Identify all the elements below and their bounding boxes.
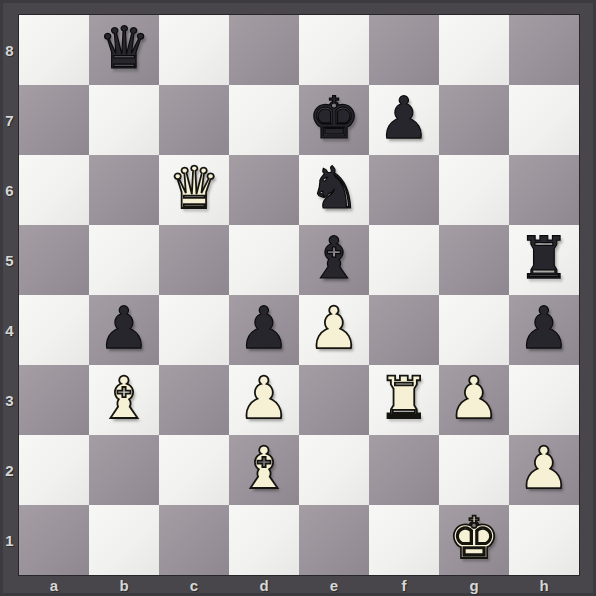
square-g1[interactable]: ♚ bbox=[439, 505, 509, 575]
square-e6[interactable]: ♞ bbox=[299, 155, 369, 225]
square-d5[interactable] bbox=[229, 225, 299, 295]
rank-label-7: 7 bbox=[0, 85, 19, 155]
square-f6[interactable] bbox=[369, 155, 439, 225]
square-f4[interactable] bbox=[369, 295, 439, 365]
rank-label-2: 2 bbox=[0, 435, 19, 505]
rank-label-6: 6 bbox=[0, 155, 19, 225]
square-g5[interactable] bbox=[439, 225, 509, 295]
black-pawn[interactable]: ♟ bbox=[518, 293, 570, 363]
file-label-d: d bbox=[229, 575, 299, 596]
square-h2[interactable]: ♟ bbox=[509, 435, 579, 505]
square-a3[interactable] bbox=[19, 365, 89, 435]
square-f5[interactable] bbox=[369, 225, 439, 295]
square-f1[interactable] bbox=[369, 505, 439, 575]
square-d2[interactable]: ♝ bbox=[229, 435, 299, 505]
square-h7[interactable] bbox=[509, 85, 579, 155]
rank-label-3: 3 bbox=[0, 365, 19, 435]
square-c3[interactable] bbox=[159, 365, 229, 435]
square-c4[interactable] bbox=[159, 295, 229, 365]
square-e7[interactable]: ♚ bbox=[299, 85, 369, 155]
black-queen[interactable]: ♛ bbox=[98, 13, 150, 83]
file-label-f: f bbox=[369, 575, 439, 596]
square-b1[interactable] bbox=[89, 505, 159, 575]
square-c7[interactable] bbox=[159, 85, 229, 155]
square-c6[interactable]: ♛ bbox=[159, 155, 229, 225]
rank-label-5: 5 bbox=[0, 225, 19, 295]
square-a1[interactable] bbox=[19, 505, 89, 575]
square-a4[interactable] bbox=[19, 295, 89, 365]
white-pawn[interactable]: ♟ bbox=[308, 293, 360, 363]
file-labels: abcdefgh bbox=[19, 575, 579, 596]
square-e5[interactable]: ♝ bbox=[299, 225, 369, 295]
square-e4[interactable]: ♟ bbox=[299, 295, 369, 365]
square-b3[interactable]: ♝ bbox=[89, 365, 159, 435]
square-f2[interactable] bbox=[369, 435, 439, 505]
square-c2[interactable] bbox=[159, 435, 229, 505]
chess-board: ♛♚♟♛♞♝♜♟♟♟♟♝♟♜♟♝♟♚ bbox=[19, 15, 579, 575]
square-g7[interactable] bbox=[439, 85, 509, 155]
square-f3[interactable]: ♜ bbox=[369, 365, 439, 435]
square-g2[interactable] bbox=[439, 435, 509, 505]
square-b5[interactable] bbox=[89, 225, 159, 295]
white-king[interactable]: ♚ bbox=[448, 503, 500, 573]
black-king[interactable]: ♚ bbox=[308, 83, 360, 153]
square-a6[interactable] bbox=[19, 155, 89, 225]
square-h4[interactable]: ♟ bbox=[509, 295, 579, 365]
square-e3[interactable] bbox=[299, 365, 369, 435]
square-b4[interactable]: ♟ bbox=[89, 295, 159, 365]
square-d3[interactable]: ♟ bbox=[229, 365, 299, 435]
square-h3[interactable] bbox=[509, 365, 579, 435]
file-label-b: b bbox=[89, 575, 159, 596]
square-d4[interactable]: ♟ bbox=[229, 295, 299, 365]
black-bishop[interactable]: ♝ bbox=[308, 223, 360, 293]
square-a7[interactable] bbox=[19, 85, 89, 155]
white-bishop[interactable]: ♝ bbox=[98, 363, 150, 433]
rank-labels: 87654321 bbox=[0, 15, 19, 575]
white-rook[interactable]: ♜ bbox=[378, 363, 430, 433]
square-h5[interactable]: ♜ bbox=[509, 225, 579, 295]
white-pawn[interactable]: ♟ bbox=[238, 363, 290, 433]
square-g6[interactable] bbox=[439, 155, 509, 225]
file-label-c: c bbox=[159, 575, 229, 596]
square-h1[interactable] bbox=[509, 505, 579, 575]
square-a2[interactable] bbox=[19, 435, 89, 505]
square-d8[interactable] bbox=[229, 15, 299, 85]
square-e2[interactable] bbox=[299, 435, 369, 505]
white-pawn[interactable]: ♟ bbox=[518, 433, 570, 503]
square-e1[interactable] bbox=[299, 505, 369, 575]
square-g3[interactable]: ♟ bbox=[439, 365, 509, 435]
square-b8[interactable]: ♛ bbox=[89, 15, 159, 85]
square-d1[interactable] bbox=[229, 505, 299, 575]
square-g4[interactable] bbox=[439, 295, 509, 365]
file-label-e: e bbox=[299, 575, 369, 596]
rank-label-1: 1 bbox=[0, 505, 19, 575]
square-g8[interactable] bbox=[439, 15, 509, 85]
black-pawn[interactable]: ♟ bbox=[238, 293, 290, 363]
chess-board-frame: ♛♚♟♛♞♝♜♟♟♟♟♝♟♜♟♝♟♚ 87654321 abcdefgh bbox=[0, 0, 596, 596]
white-bishop[interactable]: ♝ bbox=[238, 433, 290, 503]
black-pawn[interactable]: ♟ bbox=[98, 293, 150, 363]
square-d6[interactable] bbox=[229, 155, 299, 225]
rank-label-8: 8 bbox=[0, 15, 19, 85]
white-queen[interactable]: ♛ bbox=[168, 153, 220, 223]
square-e8[interactable] bbox=[299, 15, 369, 85]
square-b7[interactable] bbox=[89, 85, 159, 155]
square-c8[interactable] bbox=[159, 15, 229, 85]
square-h6[interactable] bbox=[509, 155, 579, 225]
square-b2[interactable] bbox=[89, 435, 159, 505]
black-pawn[interactable]: ♟ bbox=[378, 83, 430, 153]
square-d7[interactable] bbox=[229, 85, 299, 155]
white-pawn[interactable]: ♟ bbox=[448, 363, 500, 433]
file-label-g: g bbox=[439, 575, 509, 596]
file-label-a: a bbox=[19, 575, 89, 596]
black-rook[interactable]: ♜ bbox=[518, 223, 570, 293]
square-c5[interactable] bbox=[159, 225, 229, 295]
square-b6[interactable] bbox=[89, 155, 159, 225]
square-c1[interactable] bbox=[159, 505, 229, 575]
square-f8[interactable] bbox=[369, 15, 439, 85]
square-a5[interactable] bbox=[19, 225, 89, 295]
square-a8[interactable] bbox=[19, 15, 89, 85]
square-h8[interactable] bbox=[509, 15, 579, 85]
square-f7[interactable]: ♟ bbox=[369, 85, 439, 155]
file-label-h: h bbox=[509, 575, 579, 596]
rank-label-4: 4 bbox=[0, 295, 19, 365]
black-knight[interactable]: ♞ bbox=[308, 153, 360, 223]
